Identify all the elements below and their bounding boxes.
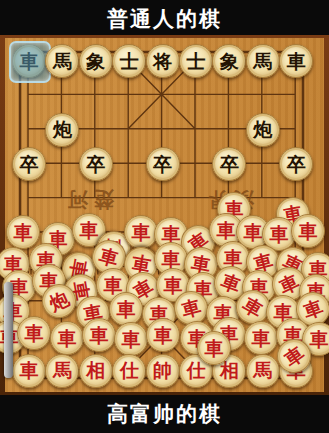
pile-red-piece-車[interactable]: 車 [244, 321, 278, 355]
red-piece-馬[interactable]: 馬 [246, 354, 280, 388]
black-piece-炮[interactable]: 炮 [45, 113, 79, 147]
pile-red-piece-車[interactable]: 車 [197, 331, 231, 365]
black-piece-馬[interactable]: 馬 [246, 44, 280, 78]
black-piece-卒[interactable]: 卒 [12, 147, 46, 181]
red-piece-車[interactable]: 車 [12, 354, 46, 388]
black-piece-炮[interactable]: 炮 [246, 113, 280, 147]
black-piece-将[interactable]: 将 [146, 44, 180, 78]
black-piece-象[interactable]: 象 [79, 44, 113, 78]
pile-red-piece-車[interactable]: 車 [6, 215, 40, 249]
black-piece-車[interactable]: 車 [279, 44, 313, 78]
pile-red-piece-車[interactable]: 車 [109, 292, 143, 326]
pile-red-piece-車[interactable]: 車 [50, 321, 84, 355]
pile-red-piece-車[interactable]: 車 [124, 215, 158, 249]
pile-red-piece-車[interactable]: 車 [82, 318, 116, 352]
black-piece-卒[interactable]: 卒 [79, 147, 113, 181]
bottom-caption: 高富帅的棋 [0, 398, 329, 433]
scrollbar-thumb[interactable] [4, 282, 13, 378]
black-piece-士[interactable]: 士 [112, 44, 146, 78]
pile-red-piece-車[interactable]: 車 [17, 316, 51, 350]
top-caption: 普通人的棋 [0, 4, 329, 35]
red-piece-帥[interactable]: 帥 [146, 354, 180, 388]
red-piece-相[interactable]: 相 [79, 354, 113, 388]
black-piece-士[interactable]: 士 [179, 44, 213, 78]
black-piece-卒[interactable]: 卒 [146, 147, 180, 181]
red-piece-仕[interactable]: 仕 [112, 354, 146, 388]
pile-red-piece-車[interactable]: 車 [291, 214, 325, 248]
pile-red-piece-車[interactable]: 車 [114, 322, 148, 356]
xiangqi-board[interactable]: 楚河 漢界 車馬象士将士象馬車炮炮卒卒卒卒卒車車車車車車車車車車車車車車車車車車… [5, 38, 324, 392]
pile-red-piece-車[interactable]: 車 [146, 318, 180, 352]
board-frame: 楚河 漢界 車馬象士将士象馬車炮炮卒卒卒卒卒車車車車車車車車車車車車車車車車車車… [0, 35, 329, 395]
xiangqi-app-screen: 普通人的棋 楚河 漢界 車馬象士将士象馬車炮炮卒卒卒卒卒車車車車車車車車車車車車… [0, 0, 329, 433]
red-piece-馬[interactable]: 馬 [45, 354, 79, 388]
